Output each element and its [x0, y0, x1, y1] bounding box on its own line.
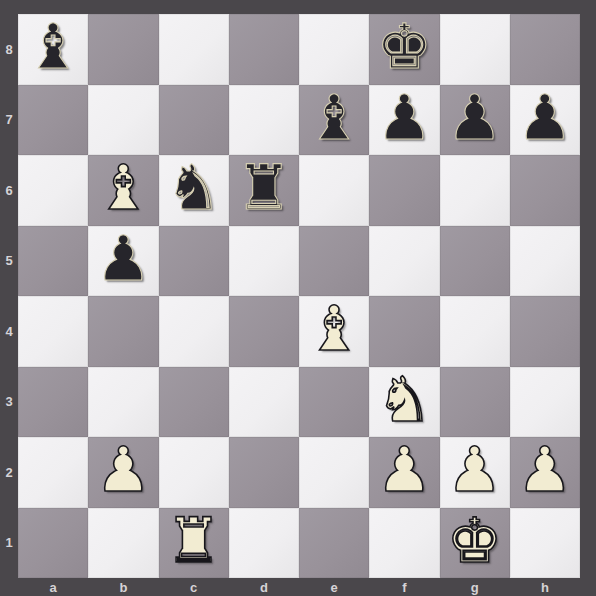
square-b6[interactable]: ♝	[88, 155, 158, 226]
square-d3[interactable]	[229, 367, 299, 438]
square-a8[interactable]: ♝	[18, 14, 88, 85]
square-c5[interactable]	[159, 226, 229, 297]
square-g2[interactable]: ♟	[440, 437, 510, 508]
square-g3[interactable]	[440, 367, 510, 438]
square-c3[interactable]	[159, 367, 229, 438]
square-g1[interactable]: ♚	[440, 508, 510, 579]
rank-label-7: 7	[0, 85, 18, 156]
square-e5[interactable]	[299, 226, 369, 297]
piece-black-pawn-f7: ♟	[377, 87, 433, 149]
piece-black-pawn-g7: ♟	[447, 87, 503, 149]
square-d4[interactable]	[229, 296, 299, 367]
square-g4[interactable]	[440, 296, 510, 367]
file-label-f: f	[369, 578, 439, 596]
piece-black-bishop-e7: ♝	[306, 87, 362, 149]
square-h2[interactable]: ♟	[510, 437, 580, 508]
piece-black-pawn-b5: ♟	[96, 228, 152, 290]
rank-labels: 87654321	[0, 14, 18, 578]
piece-black-pawn-h7: ♟	[517, 87, 573, 149]
square-d6[interactable]: ♜	[229, 155, 299, 226]
square-a1[interactable]	[18, 508, 88, 579]
rank-label-8: 8	[0, 14, 18, 85]
square-e4[interactable]: ♝	[299, 296, 369, 367]
file-label-c: c	[159, 578, 229, 596]
square-h6[interactable]	[510, 155, 580, 226]
square-f4[interactable]	[369, 296, 439, 367]
square-e7[interactable]: ♝	[299, 85, 369, 156]
square-b2[interactable]: ♟	[88, 437, 158, 508]
piece-white-pawn-g2: ♟	[447, 439, 503, 501]
piece-white-bishop-e4: ♝	[306, 298, 362, 360]
square-a2[interactable]	[18, 437, 88, 508]
square-f2[interactable]: ♟	[369, 437, 439, 508]
square-d8[interactable]	[229, 14, 299, 85]
square-a5[interactable]	[18, 226, 88, 297]
rank-label-3: 3	[0, 367, 18, 438]
file-label-g: g	[440, 578, 510, 596]
rank-label-2: 2	[0, 437, 18, 508]
square-a4[interactable]	[18, 296, 88, 367]
chess-board: ♝♚♝♟♟♟♝♞♜♟♝♞♟♟♟♟♜♚	[18, 14, 580, 578]
rank-label-6: 6	[0, 155, 18, 226]
square-b1[interactable]	[88, 508, 158, 579]
square-f5[interactable]	[369, 226, 439, 297]
square-d5[interactable]	[229, 226, 299, 297]
square-f8[interactable]: ♚	[369, 14, 439, 85]
square-h8[interactable]	[510, 14, 580, 85]
square-f1[interactable]	[369, 508, 439, 579]
square-a7[interactable]	[18, 85, 88, 156]
square-d1[interactable]	[229, 508, 299, 579]
piece-white-pawn-f2: ♟	[377, 439, 433, 501]
square-b7[interactable]	[88, 85, 158, 156]
square-e1[interactable]	[299, 508, 369, 579]
file-label-b: b	[88, 578, 158, 596]
square-b3[interactable]	[88, 367, 158, 438]
square-c1[interactable]: ♜	[159, 508, 229, 579]
square-g7[interactable]: ♟	[440, 85, 510, 156]
piece-black-king-f8: ♚	[377, 16, 433, 78]
piece-black-knight-c6: ♞	[166, 157, 222, 219]
square-h5[interactable]	[510, 226, 580, 297]
square-g8[interactable]	[440, 14, 510, 85]
piece-black-bishop-a8: ♝	[25, 16, 81, 78]
file-label-d: d	[229, 578, 299, 596]
square-g5[interactable]	[440, 226, 510, 297]
square-e6[interactable]	[299, 155, 369, 226]
piece-white-pawn-h2: ♟	[517, 439, 573, 501]
square-e8[interactable]	[299, 14, 369, 85]
square-h7[interactable]: ♟	[510, 85, 580, 156]
square-c8[interactable]	[159, 14, 229, 85]
chess-board-frame: 87654321 ♝♚♝♟♟♟♝♞♜♟♝♞♟♟♟♟♜♚ abcdefgh	[0, 0, 596, 596]
piece-white-pawn-b2: ♟	[96, 439, 152, 501]
square-g6[interactable]	[440, 155, 510, 226]
file-label-e: e	[299, 578, 369, 596]
file-label-h: h	[510, 578, 580, 596]
square-h1[interactable]	[510, 508, 580, 579]
square-e2[interactable]	[299, 437, 369, 508]
square-b5[interactable]: ♟	[88, 226, 158, 297]
piece-white-bishop-b6: ♝	[96, 157, 152, 219]
square-e3[interactable]	[299, 367, 369, 438]
rank-label-4: 4	[0, 296, 18, 367]
square-h4[interactable]	[510, 296, 580, 367]
square-c7[interactable]	[159, 85, 229, 156]
square-d2[interactable]	[229, 437, 299, 508]
piece-white-king-g1: ♚	[447, 510, 503, 572]
square-f7[interactable]: ♟	[369, 85, 439, 156]
rank-label-1: 1	[0, 508, 18, 579]
square-c2[interactable]	[159, 437, 229, 508]
square-a6[interactable]	[18, 155, 88, 226]
square-b8[interactable]	[88, 14, 158, 85]
file-label-a: a	[18, 578, 88, 596]
file-labels: abcdefgh	[18, 578, 580, 596]
square-c6[interactable]: ♞	[159, 155, 229, 226]
square-a3[interactable]	[18, 367, 88, 438]
square-d7[interactable]	[229, 85, 299, 156]
rank-label-5: 5	[0, 226, 18, 297]
square-c4[interactable]	[159, 296, 229, 367]
piece-black-rook-d6: ♜	[236, 157, 292, 219]
square-f6[interactable]	[369, 155, 439, 226]
square-b4[interactable]	[88, 296, 158, 367]
square-f3[interactable]: ♞	[369, 367, 439, 438]
square-h3[interactable]	[510, 367, 580, 438]
piece-white-rook-c1: ♜	[166, 510, 222, 572]
piece-white-knight-f3: ♞	[377, 369, 433, 431]
